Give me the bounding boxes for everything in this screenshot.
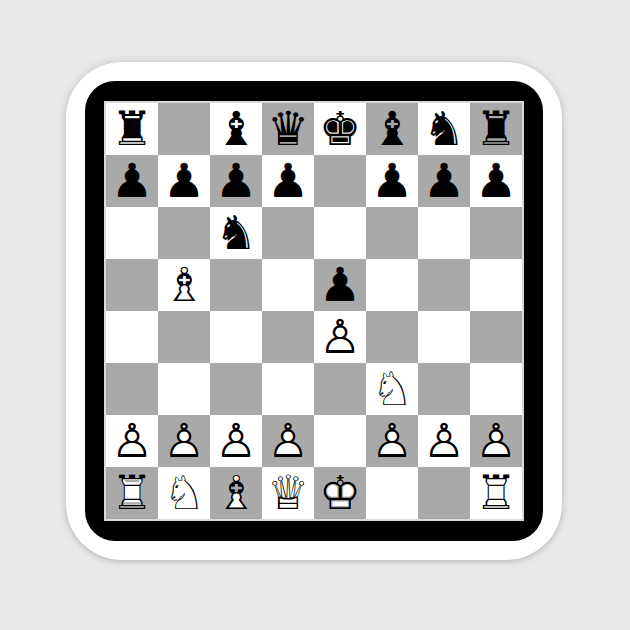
piece-black-pawn-icon: ♟ <box>210 155 262 207</box>
square-d7[interactable]: ♟ <box>262 155 314 207</box>
square-b7[interactable]: ♟ <box>158 155 210 207</box>
piece-white-knight-icon: ♞♘ <box>158 467 210 519</box>
square-a1[interactable]: ♜♖ <box>106 467 158 519</box>
square-c4[interactable] <box>210 311 262 363</box>
square-c6[interactable]: ♞ <box>210 207 262 259</box>
square-e4[interactable]: ♟♙ <box>314 311 366 363</box>
piece-white-rook-icon: ♜♖ <box>106 467 158 519</box>
square-d6[interactable] <box>262 207 314 259</box>
piece-black-pawn-icon: ♟ <box>106 155 158 207</box>
piece-black-rook-icon: ♜ <box>106 103 158 155</box>
magnet-tile: ♜♝♛♚♝♞♜♟♟♟♟♟♟♟♞♝♗♟♟♙♞♘♟♙♟♙♟♙♟♙♟♙♟♙♟♙♜♖♞♘… <box>66 62 562 560</box>
square-b2[interactable]: ♟♙ <box>158 415 210 467</box>
square-c8[interactable]: ♝ <box>210 103 262 155</box>
square-f1[interactable] <box>366 467 418 519</box>
square-g4[interactable] <box>418 311 470 363</box>
piece-white-pawn-icon: ♟♙ <box>314 311 366 363</box>
piece-white-rook-icon: ♜♖ <box>470 467 522 519</box>
square-f2[interactable]: ♟♙ <box>366 415 418 467</box>
square-h5[interactable] <box>470 259 522 311</box>
square-d5[interactable] <box>262 259 314 311</box>
piece-white-pawn-icon: ♟♙ <box>366 415 418 467</box>
square-f4[interactable] <box>366 311 418 363</box>
square-h3[interactable] <box>470 363 522 415</box>
piece-white-pawn-icon: ♟♙ <box>262 415 314 467</box>
piece-black-knight-icon: ♞ <box>210 207 262 259</box>
square-a6[interactable] <box>106 207 158 259</box>
square-b4[interactable] <box>158 311 210 363</box>
piece-white-knight-icon: ♞♘ <box>366 363 418 415</box>
piece-white-bishop-icon: ♝♗ <box>158 259 210 311</box>
piece-white-king-icon: ♚♔ <box>314 467 366 519</box>
square-c3[interactable] <box>210 363 262 415</box>
square-h1[interactable]: ♜♖ <box>470 467 522 519</box>
piece-black-pawn-icon: ♟ <box>158 155 210 207</box>
square-f8[interactable]: ♝ <box>366 103 418 155</box>
square-d1[interactable]: ♛♕ <box>262 467 314 519</box>
square-a4[interactable] <box>106 311 158 363</box>
square-d8[interactable]: ♛ <box>262 103 314 155</box>
piece-black-pawn-icon: ♟ <box>314 259 366 311</box>
square-a7[interactable]: ♟ <box>106 155 158 207</box>
piece-black-pawn-icon: ♟ <box>418 155 470 207</box>
piece-white-bishop-icon: ♝♗ <box>210 467 262 519</box>
square-e8[interactable]: ♚ <box>314 103 366 155</box>
square-e6[interactable] <box>314 207 366 259</box>
square-g7[interactable]: ♟ <box>418 155 470 207</box>
square-e3[interactable] <box>314 363 366 415</box>
square-b3[interactable] <box>158 363 210 415</box>
chess-board: ♜♝♛♚♝♞♜♟♟♟♟♟♟♟♞♝♗♟♟♙♞♘♟♙♟♙♟♙♟♙♟♙♟♙♟♙♜♖♞♘… <box>106 103 522 519</box>
square-g2[interactable]: ♟♙ <box>418 415 470 467</box>
square-g8[interactable]: ♞ <box>418 103 470 155</box>
piece-white-pawn-icon: ♟♙ <box>158 415 210 467</box>
piece-white-pawn-icon: ♟♙ <box>418 415 470 467</box>
piece-black-rook-icon: ♜ <box>470 103 522 155</box>
square-b1[interactable]: ♞♘ <box>158 467 210 519</box>
square-e1[interactable]: ♚♔ <box>314 467 366 519</box>
square-g3[interactable] <box>418 363 470 415</box>
square-h2[interactable]: ♟♙ <box>470 415 522 467</box>
square-d3[interactable] <box>262 363 314 415</box>
square-c5[interactable] <box>210 259 262 311</box>
piece-white-pawn-icon: ♟♙ <box>470 415 522 467</box>
square-d2[interactable]: ♟♙ <box>262 415 314 467</box>
square-c2[interactable]: ♟♙ <box>210 415 262 467</box>
square-h6[interactable] <box>470 207 522 259</box>
square-d4[interactable] <box>262 311 314 363</box>
piece-black-bishop-icon: ♝ <box>366 103 418 155</box>
square-e2[interactable] <box>314 415 366 467</box>
square-a3[interactable] <box>106 363 158 415</box>
square-f5[interactable] <box>366 259 418 311</box>
piece-black-queen-icon: ♛ <box>262 103 314 155</box>
square-g5[interactable] <box>418 259 470 311</box>
piece-black-knight-icon: ♞ <box>418 103 470 155</box>
piece-black-bishop-icon: ♝ <box>210 103 262 155</box>
piece-white-pawn-icon: ♟♙ <box>106 415 158 467</box>
square-a2[interactable]: ♟♙ <box>106 415 158 467</box>
square-e7[interactable] <box>314 155 366 207</box>
piece-black-pawn-icon: ♟ <box>262 155 314 207</box>
square-a8[interactable]: ♜ <box>106 103 158 155</box>
square-h4[interactable] <box>470 311 522 363</box>
piece-black-king-icon: ♚ <box>314 103 366 155</box>
square-g6[interactable] <box>418 207 470 259</box>
piece-black-pawn-icon: ♟ <box>470 155 522 207</box>
square-h7[interactable]: ♟ <box>470 155 522 207</box>
piece-white-pawn-icon: ♟♙ <box>210 415 262 467</box>
square-f7[interactable]: ♟ <box>366 155 418 207</box>
square-b6[interactable] <box>158 207 210 259</box>
square-f3[interactable]: ♞♘ <box>366 363 418 415</box>
square-b8[interactable] <box>158 103 210 155</box>
piece-black-pawn-icon: ♟ <box>366 155 418 207</box>
piece-white-queen-icon: ♛♕ <box>262 467 314 519</box>
board-frame: ♜♝♛♚♝♞♜♟♟♟♟♟♟♟♞♝♗♟♟♙♞♘♟♙♟♙♟♙♟♙♟♙♟♙♟♙♜♖♞♘… <box>85 81 543 541</box>
square-f6[interactable] <box>366 207 418 259</box>
square-g1[interactable] <box>418 467 470 519</box>
square-c1[interactable]: ♝♗ <box>210 467 262 519</box>
square-h8[interactable]: ♜ <box>470 103 522 155</box>
square-c7[interactable]: ♟ <box>210 155 262 207</box>
square-b5[interactable]: ♝♗ <box>158 259 210 311</box>
square-e5[interactable]: ♟ <box>314 259 366 311</box>
square-a5[interactable] <box>106 259 158 311</box>
